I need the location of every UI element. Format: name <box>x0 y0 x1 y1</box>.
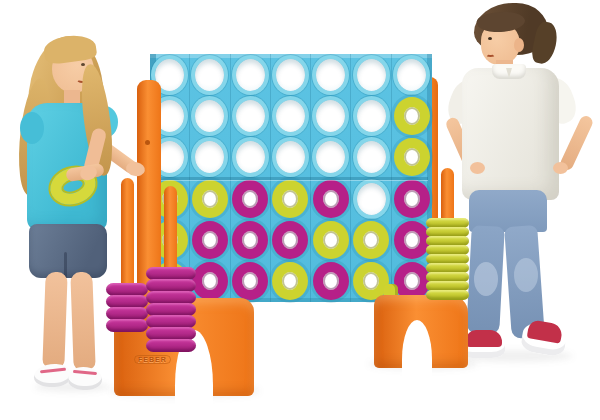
cell-r3-c5 <box>311 137 351 178</box>
cell-r2-c2 <box>190 95 230 136</box>
cell-r4-c3 <box>231 178 271 219</box>
empty-hole <box>195 141 224 173</box>
cell-r6-c3 <box>231 261 271 302</box>
post-screw-hole <box>145 140 150 145</box>
cell-r3-c2 <box>190 137 230 178</box>
magenta-disc <box>313 262 349 300</box>
empty-hole <box>276 59 305 91</box>
empty-hole <box>195 100 224 132</box>
cell-r1-c7 <box>392 54 432 95</box>
yellow-disc <box>272 180 308 218</box>
left-back-disc-pole <box>121 178 134 298</box>
yellow-disc <box>394 97 430 135</box>
boy-eye <box>488 37 492 40</box>
empty-hole <box>316 141 345 173</box>
yellow-disc <box>313 221 349 259</box>
empty-hole <box>357 59 386 91</box>
boy-hand-right <box>553 162 568 174</box>
magenta-disc <box>232 221 268 259</box>
cell-r6-c5 <box>311 261 351 302</box>
magenta-disc-stack-front <box>146 268 196 352</box>
magenta-disc <box>272 221 308 259</box>
girl-leg-left <box>42 272 67 369</box>
cell-r4-c6 <box>351 178 391 219</box>
brand-embossed-logo: FEBER <box>134 355 171 364</box>
magenta-disc <box>394 180 430 218</box>
magenta-disc <box>313 180 349 218</box>
cell-r6-c2 <box>190 261 230 302</box>
boy-mouth <box>486 52 495 57</box>
cell-r5-c5 <box>311 219 351 260</box>
cell-r2-c7 <box>392 95 432 136</box>
cell-r5-c6 <box>351 219 391 260</box>
cell-r4-c7 <box>392 178 432 219</box>
cell-r3-c4 <box>271 137 311 178</box>
cell-r2-c3 <box>231 95 271 136</box>
boy-ear <box>514 38 524 52</box>
girl-shorts <box>29 224 107 278</box>
empty-hole <box>397 59 426 91</box>
empty-hole <box>236 141 265 173</box>
empty-hole <box>236 59 265 91</box>
yellow-disc <box>394 138 430 176</box>
magenta-disc <box>192 262 228 300</box>
magenta-disc <box>232 180 268 218</box>
yellow-disc <box>272 262 308 300</box>
girl-sleeve-left <box>20 112 44 144</box>
boy-sneaker-left-upper <box>466 330 502 347</box>
cell-r1-c5 <box>311 54 351 95</box>
cell-r2-c4 <box>271 95 311 136</box>
yellow-disc <box>192 180 228 218</box>
girl-eye <box>81 63 85 66</box>
boy-knee-fade-left <box>474 262 498 296</box>
magenta-disc <box>192 221 228 259</box>
cell-r5-c4 <box>271 219 311 260</box>
empty-hole <box>357 183 386 215</box>
boy-polo-shirt <box>462 68 559 200</box>
cell-r1-c3 <box>231 54 271 95</box>
cell-r1-c2 <box>190 54 230 95</box>
boy-hand-left <box>470 162 485 174</box>
cell-r3-c7 <box>392 137 432 178</box>
spare-magenta-disc <box>146 339 196 352</box>
product-photo-scene: FEBER <box>0 0 600 420</box>
board-middle-seam <box>154 177 428 180</box>
cell-r2-c6 <box>351 95 391 136</box>
cell-r6-c4 <box>271 261 311 302</box>
cell-r2-c5 <box>311 95 351 136</box>
cell-r1-c6 <box>351 54 391 95</box>
cell-r4-c5 <box>311 178 351 219</box>
empty-hole <box>195 59 224 91</box>
magenta-disc <box>394 221 430 259</box>
empty-hole <box>276 100 305 132</box>
empty-hole <box>316 100 345 132</box>
cell-r5-c2 <box>190 219 230 260</box>
empty-hole <box>276 141 305 173</box>
magenta-disc-stack-back <box>106 284 148 332</box>
yellow-disc-stack-right <box>426 219 469 300</box>
game-board <box>150 54 432 302</box>
boy-knee-fade-right <box>514 258 538 292</box>
empty-hole <box>316 59 345 91</box>
girl-leg-right <box>70 272 95 371</box>
magenta-disc <box>232 262 268 300</box>
cell-r3-c6 <box>351 137 391 178</box>
cell-r1-c4 <box>271 54 311 95</box>
empty-hole <box>357 141 386 173</box>
spare-magenta-disc <box>106 319 148 332</box>
yellow-disc <box>353 221 389 259</box>
cell-r3-c3 <box>231 137 271 178</box>
empty-hole <box>357 100 386 132</box>
empty-hole <box>236 100 265 132</box>
cell-r4-c2 <box>190 178 230 219</box>
spare-yellow-disc <box>426 290 469 300</box>
cell-r4-c4 <box>271 178 311 219</box>
cell-r5-c3 <box>231 219 271 260</box>
